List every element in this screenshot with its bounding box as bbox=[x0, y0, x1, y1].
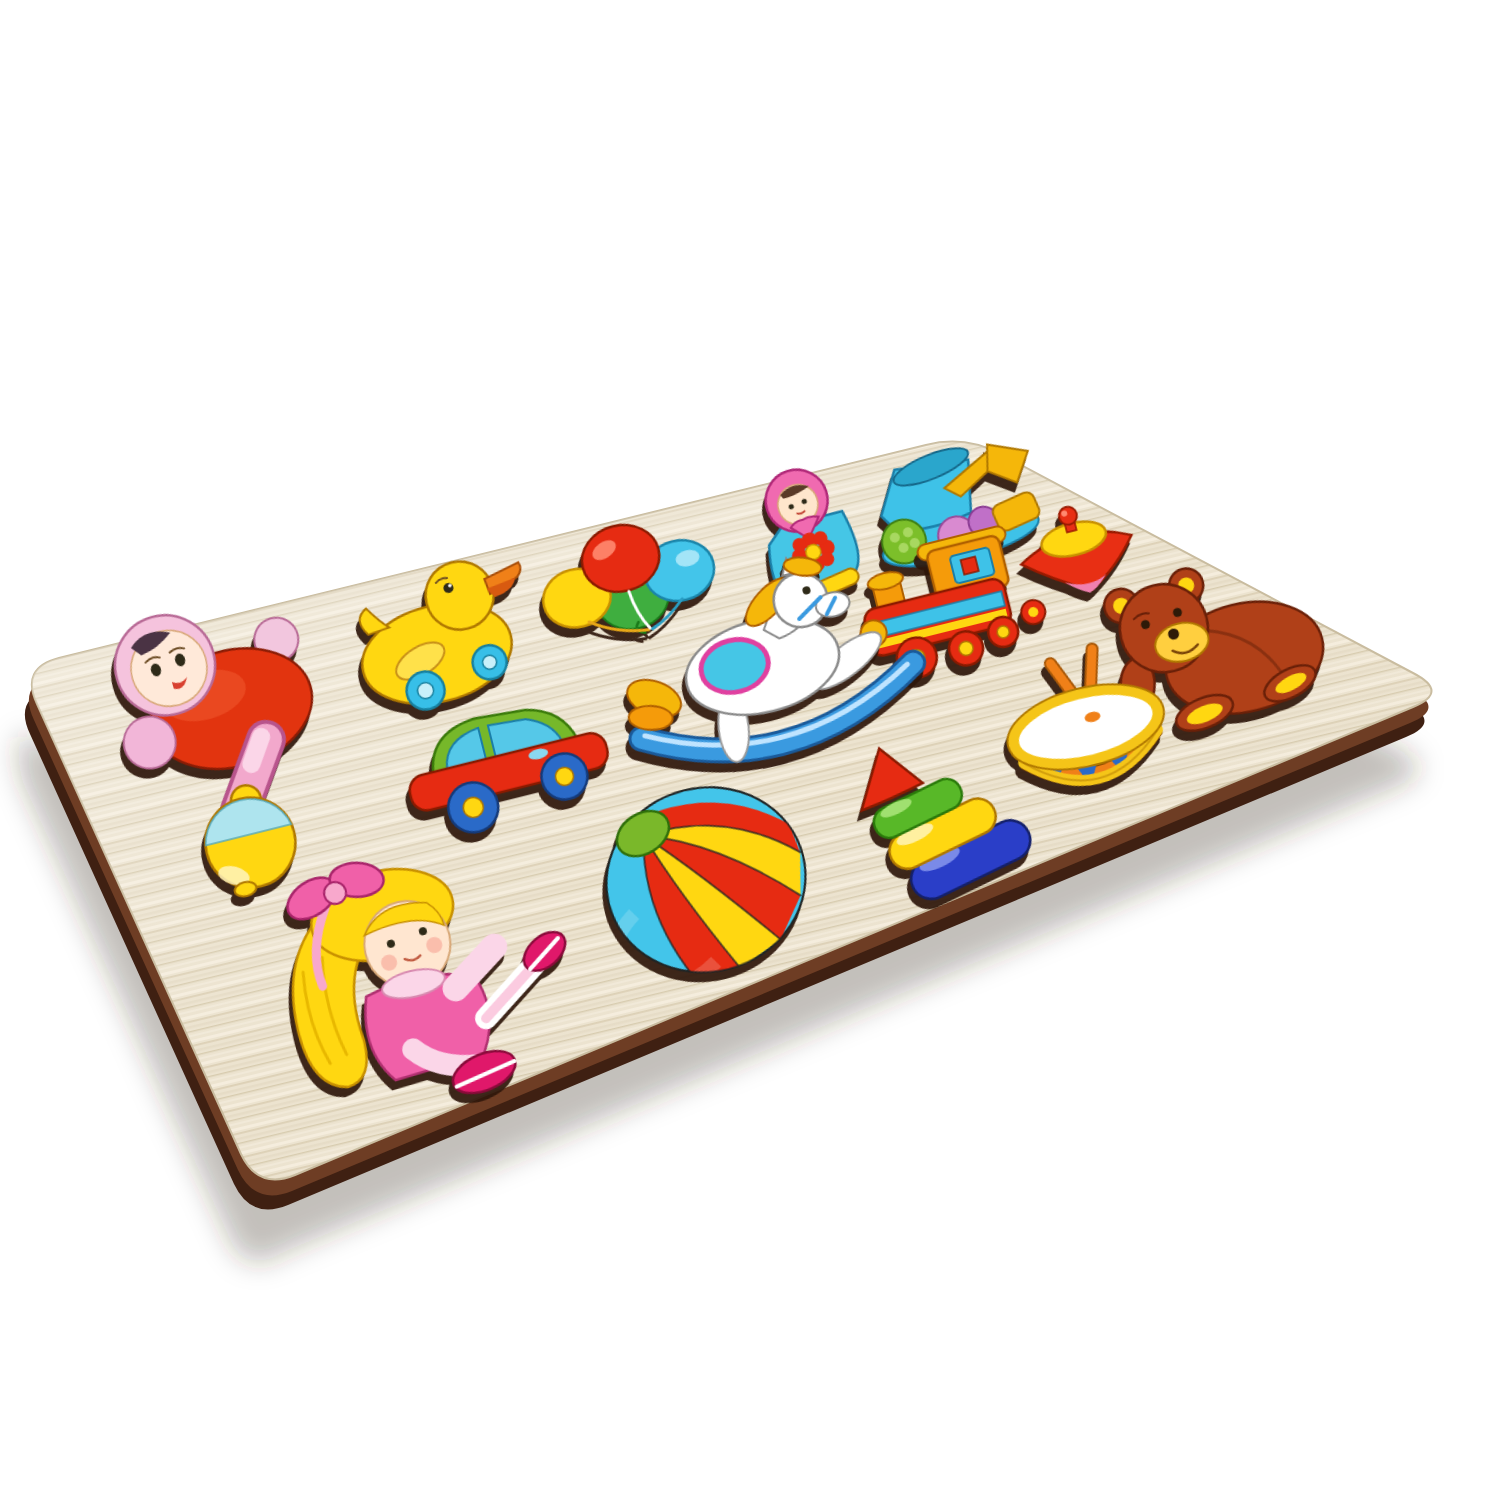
scene bbox=[0, 0, 1500, 1500]
puzzle-photo bbox=[0, 0, 1500, 1500]
